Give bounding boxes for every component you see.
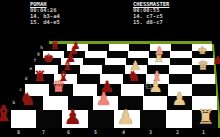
square-b3[interactable] — [143, 96, 168, 111]
rank-label-5: 5 — [94, 130, 97, 135]
rank-label-3: 3 — [149, 130, 152, 135]
square-e5[interactable] — [102, 65, 124, 74]
square-d1[interactable] — [192, 74, 215, 84]
white-move-2: 15. d4-e5 — [30, 19, 60, 25]
square-a8[interactable] — [11, 110, 37, 128]
chessmaster-screen: POMAH 00:04:26 14. b3-a4 15. d4-e5 CHESS… — [0, 0, 220, 137]
rank-label-8: 8 — [17, 130, 20, 135]
red-queen-c7[interactable]: ♛ — [52, 79, 66, 95]
square-d6[interactable] — [77, 74, 100, 84]
red-rook-h8[interactable]: ♜ — [51, 41, 60, 51]
red-pawn-c5[interactable]: ♟ — [100, 79, 114, 95]
square-a3[interactable] — [140, 110, 166, 128]
square-e6[interactable] — [80, 65, 102, 74]
file-label-e: e — [29, 66, 32, 71]
white-pawn-e4[interactable]: ♟ — [129, 60, 141, 73]
red-knight-b8[interactable]: ♞ — [20, 91, 36, 109]
white-pawn-g3[interactable]: ♟ — [155, 46, 165, 57]
black-move-2: 15. d8-c7 — [133, 19, 163, 25]
rank-label-2: 2 — [176, 130, 179, 135]
square-f6[interactable] — [83, 58, 105, 66]
captured-red-piece-left: ♝ — [0, 103, 14, 125]
red-pawn-h7[interactable]: ♟ — [72, 41, 81, 51]
file-label-g: g — [37, 51, 40, 56]
square-a7[interactable] — [36, 110, 62, 128]
white-pawn-a4[interactable]: ♟ — [117, 107, 135, 127]
white-rook-a1[interactable]: ♜ — [197, 107, 215, 127]
square-h6[interactable] — [88, 44, 109, 51]
red-king-f8[interactable]: ♚ — [43, 53, 54, 65]
rank-label-6: 6 — [67, 130, 70, 135]
file-label-d: d — [25, 76, 28, 81]
file-label-h: h — [40, 45, 43, 50]
square-h4[interactable] — [129, 44, 150, 51]
rank-label-4: 4 — [122, 130, 125, 135]
knight-cursor-icon[interactable]: ♘ — [144, 81, 153, 91]
red-pawn-a6[interactable]: ♟ — [64, 107, 82, 127]
square-h2[interactable] — [171, 44, 192, 51]
square-c1[interactable] — [192, 84, 216, 96]
square-e2[interactable] — [169, 65, 191, 74]
board-row-file-a — [11, 110, 219, 128]
white-king-g1[interactable]: ♚ — [198, 46, 208, 57]
white-player-panel: POMAH 00:04:26 14. b3-a4 15. d4-e5 — [30, 1, 60, 25]
square-a2[interactable] — [166, 110, 192, 128]
square-f5[interactable] — [105, 58, 127, 66]
square-a5[interactable] — [88, 110, 114, 128]
black-player-panel: CHESSMASTER 00:00:55 14. c7-c5 15. d8-c7 — [133, 1, 169, 25]
white-queen-e1[interactable]: ♛ — [197, 60, 209, 73]
captured-red-piece-right: ♟ — [213, 55, 220, 66]
square-h5[interactable] — [109, 44, 130, 51]
rank-label-7: 7 — [42, 130, 45, 135]
square-f2[interactable] — [170, 58, 192, 66]
square-c6[interactable] — [73, 84, 97, 96]
file-label-f: f — [33, 58, 36, 63]
square-c4[interactable] — [121, 84, 145, 96]
square-d2[interactable] — [169, 74, 192, 84]
white-pawn-b2[interactable]: ♟ — [172, 91, 188, 109]
red-rook-d8[interactable]: ♜ — [34, 69, 47, 83]
rank-label-1: 1 — [202, 130, 205, 135]
